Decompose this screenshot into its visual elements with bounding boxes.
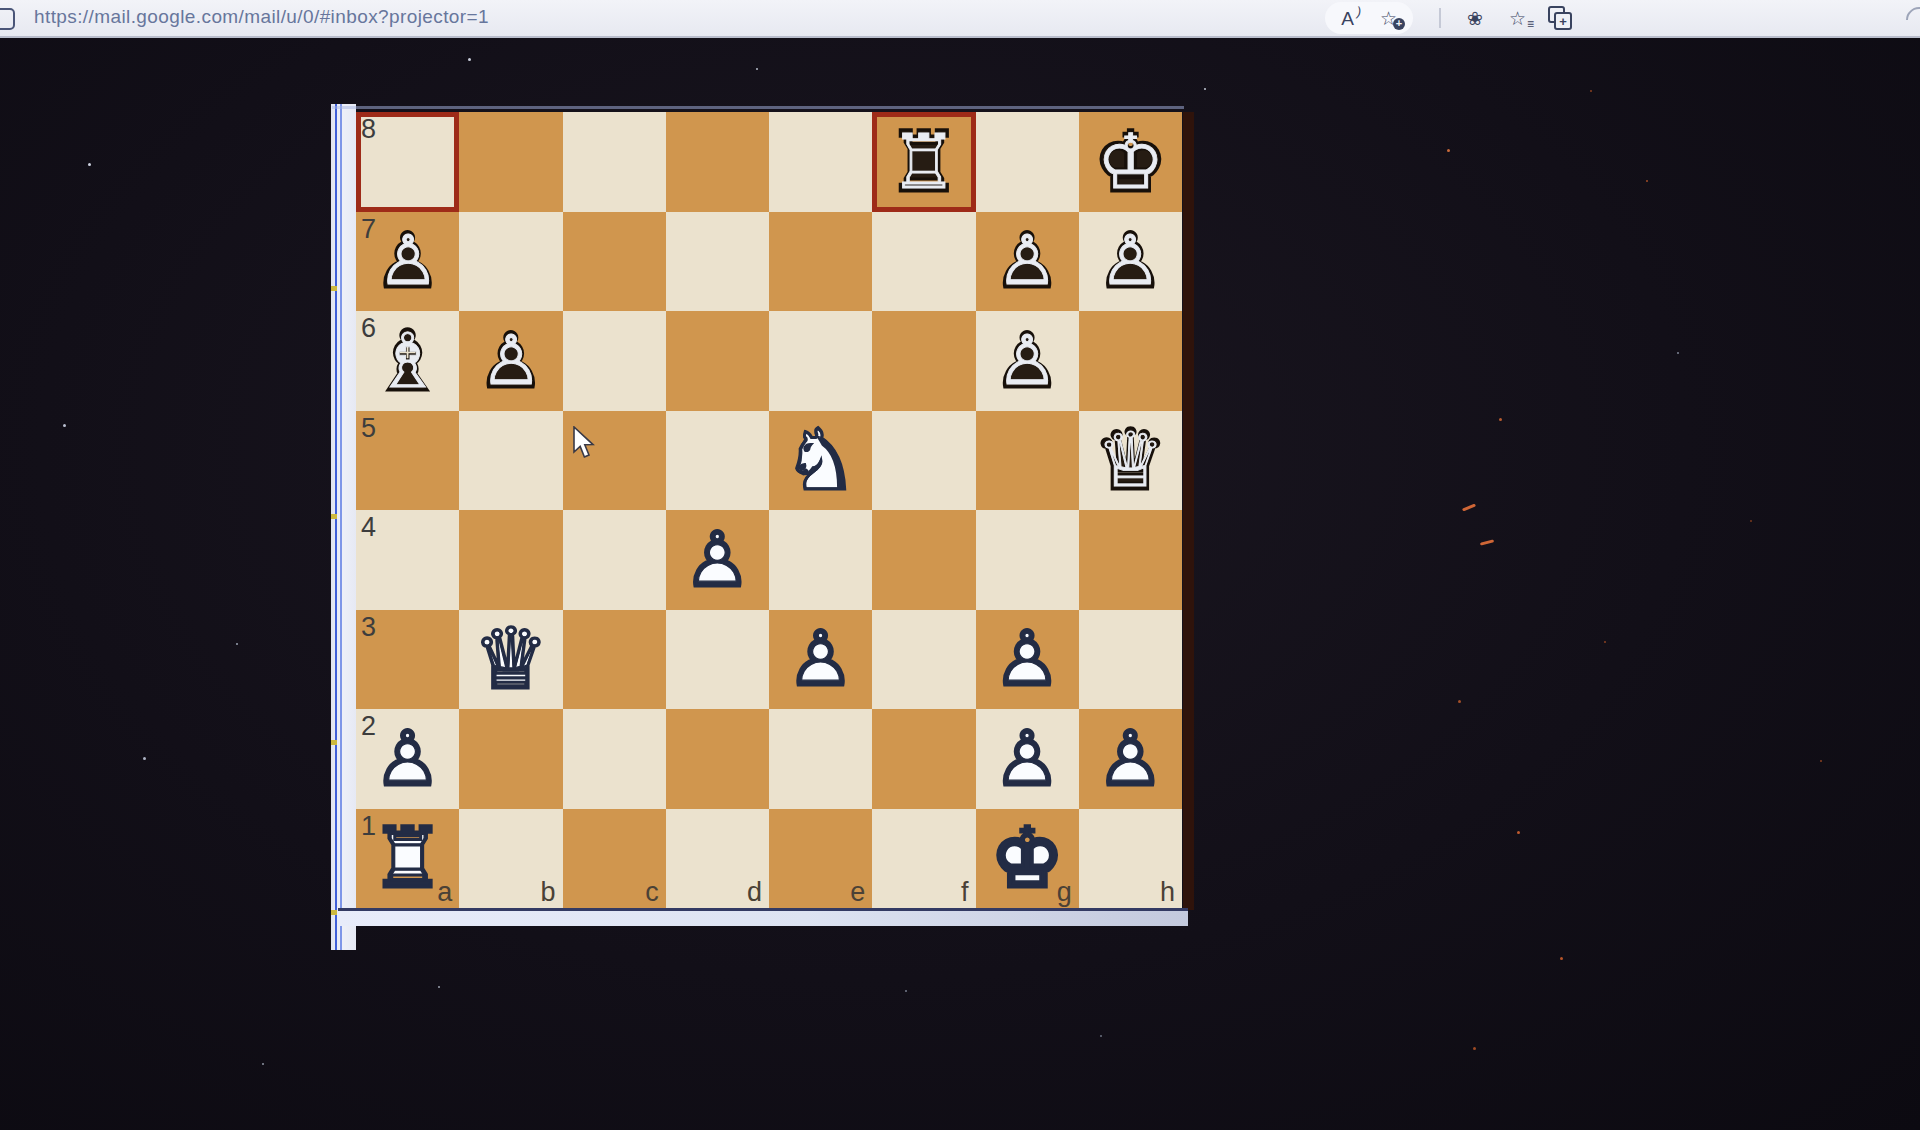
black-pawn: ♟♙: [1079, 212, 1182, 312]
square-c6: [563, 311, 666, 411]
square-h4: [1079, 510, 1182, 610]
square-a6: 6♝♗: [356, 311, 459, 411]
mouse-cursor: [572, 426, 598, 460]
square-h5: ♛♕: [1079, 411, 1182, 511]
square-g8: [976, 112, 1079, 212]
square-f4: [872, 510, 975, 610]
square-h1: h: [1079, 809, 1182, 909]
square-g6: ♟♙: [976, 311, 1079, 411]
square-c4: [563, 510, 666, 610]
file-label-d: d: [747, 877, 762, 908]
black-rook: ♜♖: [872, 112, 975, 212]
file-label-h: h: [1160, 877, 1175, 908]
file-label-b: b: [540, 877, 555, 908]
browser-address-bar[interactable]: https://mail.google.com/mail/u/0/#inbox?…: [0, 0, 1920, 38]
square-b6: ♟♙: [459, 311, 562, 411]
square-f1: f: [872, 809, 975, 909]
square-a2: 2♟♙: [356, 709, 459, 809]
square-d7: [666, 212, 769, 312]
toolbar-divider: [1439, 8, 1441, 28]
browser-toolbar: A) ☆+ ❀ ☆≡ +: [1325, 0, 1568, 36]
square-b2: [459, 709, 562, 809]
square-f6: [872, 311, 975, 411]
black-pawn: ♟♙: [976, 212, 1079, 312]
collections-icon[interactable]: +: [1552, 10, 1568, 26]
black-king: ♚♔: [1079, 112, 1182, 212]
black-queen: ♛♕: [1079, 411, 1182, 511]
favorites-list-icon[interactable]: ☆≡: [1509, 9, 1526, 28]
square-h6: [1079, 311, 1182, 411]
square-h7: ♟♙: [1079, 212, 1182, 312]
square-c1: c: [563, 809, 666, 909]
black-bishop: ♝♗: [356, 311, 459, 411]
white-queen: ♛♕: [459, 610, 562, 710]
square-e2: [769, 709, 872, 809]
square-c2: [563, 709, 666, 809]
black-pawn: ♟♙: [459, 311, 562, 411]
file-label-f: f: [961, 877, 969, 908]
collections-front-square: +: [1554, 12, 1572, 30]
square-g5: [976, 411, 1079, 511]
white-pawn: ♟♙: [1079, 709, 1182, 809]
square-g3: ♟♙: [976, 610, 1079, 710]
square-a4: 4: [356, 510, 459, 610]
chess-board-image[interactable]: 8♜♖♚♔7♟♙♟♙♟♙6♝♗♟♙♟♙5♞♘♛♕4♟♙3♛♕♟♙♟♙2♟♙♟♙♟…: [356, 112, 1182, 908]
square-b5: [459, 411, 562, 511]
star-glyph: ☆: [1509, 8, 1526, 29]
white-rook: ♜♖: [356, 809, 459, 909]
square-c3: [563, 610, 666, 710]
image-left-edge: [331, 104, 356, 950]
square-g4: [976, 510, 1079, 610]
square-e4: [769, 510, 872, 610]
square-f7: [872, 212, 975, 312]
rank-label-4: 4: [361, 512, 376, 543]
white-king: ♚♔: [976, 809, 1079, 909]
square-b3: ♛♕: [459, 610, 562, 710]
square-f5: [872, 411, 975, 511]
white-pawn: ♟♙: [976, 709, 1079, 809]
square-g2: ♟♙: [976, 709, 1079, 809]
white-pawn: ♟♙: [769, 610, 872, 710]
square-f8: ♜♖: [872, 112, 975, 212]
image-top-edge: [332, 106, 1184, 109]
square-a3: 3: [356, 610, 459, 710]
square-d1: d: [666, 809, 769, 909]
read-aloud-wave: ): [1355, 4, 1362, 18]
browser-essentials-icon[interactable]: ❀: [1467, 9, 1483, 28]
white-pawn: ♟♙: [976, 610, 1079, 710]
square-d3: [666, 610, 769, 710]
profile-avatar-partial[interactable]: [1901, 2, 1920, 39]
square-e3: ♟♙: [769, 610, 872, 710]
site-info-icon[interactable]: [0, 8, 15, 30]
square-b7: [459, 212, 562, 312]
square-f2: [872, 709, 975, 809]
square-g7: ♟♙: [976, 212, 1079, 312]
read-aloud-glyph: A: [1341, 8, 1354, 29]
square-d8: [666, 112, 769, 212]
plus-badge-icon: +: [1393, 18, 1405, 30]
square-a8: 8: [356, 112, 459, 212]
screen-content: 8♜♖♚♔7♟♙♟♙♟♙6♝♗♟♙♟♙5♞♘♛♕4♟♙3♛♕♟♙♟♙2♟♙♟♙♟…: [0, 38, 1920, 1130]
square-d2: [666, 709, 769, 809]
image-bottom-edge: [338, 908, 1188, 926]
square-d5: [666, 411, 769, 511]
read-aloud-icon[interactable]: A): [1341, 9, 1354, 28]
square-a5: 5: [356, 411, 459, 511]
square-b8: [459, 112, 562, 212]
list-lines-icon: ≡: [1527, 18, 1534, 30]
add-favorite-icon[interactable]: ☆+: [1380, 9, 1397, 28]
rank-label-8: 8: [361, 114, 376, 145]
square-h8: ♚♔: [1079, 112, 1182, 212]
square-a7: 7♟♙: [356, 212, 459, 312]
rank-label-5: 5: [361, 413, 376, 444]
square-c8: [563, 112, 666, 212]
square-b1: b: [459, 809, 562, 909]
square-f3: [872, 610, 975, 710]
square-a1: 1a♜♖: [356, 809, 459, 909]
rank-label-3: 3: [361, 612, 376, 643]
square-e8: [769, 112, 872, 212]
white-pawn: ♟♙: [666, 510, 769, 610]
square-c7: [563, 212, 666, 312]
square-b4: [459, 510, 562, 610]
white-knight: ♞♘: [769, 411, 872, 511]
black-pawn: ♟♙: [356, 212, 459, 312]
square-e5: ♞♘: [769, 411, 872, 511]
file-label-c: c: [645, 877, 659, 908]
image-right-edge: [1183, 112, 1194, 910]
white-pawn: ♟♙: [356, 709, 459, 809]
toolbar-pill: A) ☆+: [1325, 2, 1413, 34]
black-pawn: ♟♙: [976, 311, 1079, 411]
square-h2: ♟♙: [1079, 709, 1182, 809]
square-d6: [666, 311, 769, 411]
square-h3: [1079, 610, 1182, 710]
square-e6: [769, 311, 872, 411]
file-label-e: e: [850, 877, 865, 908]
square-e7: [769, 212, 872, 312]
square-d4: ♟♙: [666, 510, 769, 610]
square-e1: e: [769, 809, 872, 909]
url-text[interactable]: https://mail.google.com/mail/u/0/#inbox?…: [34, 6, 489, 28]
square-g1: g♚♔: [976, 809, 1079, 909]
